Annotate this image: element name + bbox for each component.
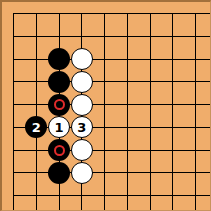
stone-black-move-2: 2	[25, 116, 47, 138]
stone-white	[71, 94, 93, 116]
move-number-label: 2	[32, 120, 41, 133]
stone-black	[48, 71, 70, 93]
stone-white	[71, 48, 93, 70]
move-number-label: 3	[77, 120, 86, 133]
stone-black-marked	[48, 94, 70, 116]
stone-white-move-3: 3	[71, 116, 93, 138]
go-board-stones: 213	[2, 2, 207, 207]
stone-white	[71, 162, 93, 184]
go-board-diagram: 213	[0, 0, 211, 211]
stone-black	[48, 48, 70, 70]
stone-white-move-1: 1	[48, 116, 70, 138]
stone-white	[71, 139, 93, 161]
red-circle-marker-icon	[54, 145, 65, 156]
move-number-label: 1	[54, 120, 63, 133]
stone-black-marked	[48, 139, 70, 161]
red-circle-marker-icon	[54, 99, 65, 110]
stone-white	[71, 71, 93, 93]
stone-black	[48, 162, 70, 184]
